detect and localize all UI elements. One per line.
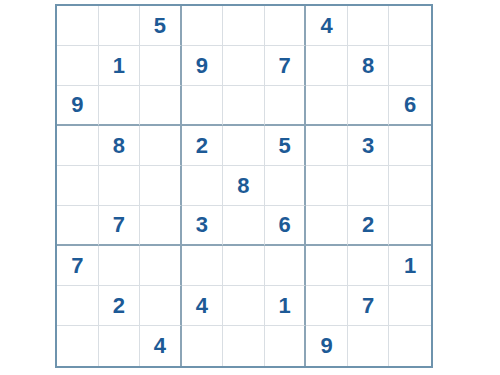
cell-r3c6[interactable]: [265, 86, 307, 126]
cell-r5c1[interactable]: [57, 166, 99, 206]
cell-r4c6[interactable]: 5: [265, 126, 307, 166]
cell-r4c4[interactable]: 2: [182, 126, 224, 166]
cell-r4c3[interactable]: [140, 126, 182, 166]
cell-r8c5[interactable]: [223, 286, 265, 326]
cell-r1c4[interactable]: [182, 6, 224, 46]
given-digit: 8: [237, 175, 249, 197]
given-digit: 2: [196, 135, 208, 157]
cell-r6c6[interactable]: 6: [265, 206, 307, 246]
cell-r1c8[interactable]: [348, 6, 390, 46]
given-digit: 7: [362, 295, 374, 317]
cell-r9c9[interactable]: [389, 326, 431, 366]
cell-r8c6[interactable]: 1: [265, 286, 307, 326]
cell-r1c2[interactable]: [99, 6, 141, 46]
cell-r3c8[interactable]: [348, 86, 390, 126]
cell-r5c9[interactable]: [389, 166, 431, 206]
cell-r3c2[interactable]: [99, 86, 141, 126]
given-digit: 4: [320, 15, 332, 37]
cell-r5c8[interactable]: [348, 166, 390, 206]
cell-r7c6[interactable]: [265, 246, 307, 286]
cell-r5c5[interactable]: 8: [223, 166, 265, 206]
cell-r8c7[interactable]: [306, 286, 348, 326]
cell-r4c1[interactable]: [57, 126, 99, 166]
cell-r9c8[interactable]: [348, 326, 390, 366]
cell-r3c9[interactable]: 6: [389, 86, 431, 126]
given-digit: 8: [113, 135, 125, 157]
cell-r6c4[interactable]: 3: [182, 206, 224, 246]
cell-r5c7[interactable]: [306, 166, 348, 206]
given-digit: 8: [362, 55, 374, 77]
cell-r7c7[interactable]: [306, 246, 348, 286]
cell-r7c5[interactable]: [223, 246, 265, 286]
cell-r7c8[interactable]: [348, 246, 390, 286]
cell-r5c3[interactable]: [140, 166, 182, 206]
sudoku-board: 5419789682538736271241749: [55, 4, 433, 368]
cell-r4c5[interactable]: [223, 126, 265, 166]
cell-r8c3[interactable]: [140, 286, 182, 326]
cell-r4c7[interactable]: [306, 126, 348, 166]
cell-r1c1[interactable]: [57, 6, 99, 46]
cell-r8c1[interactable]: [57, 286, 99, 326]
cell-r2c8[interactable]: 8: [348, 46, 390, 86]
cell-r6c8[interactable]: 2: [348, 206, 390, 246]
given-digit: 5: [278, 135, 290, 157]
given-digit: 3: [196, 214, 208, 236]
cell-r3c3[interactable]: [140, 86, 182, 126]
given-digit: 2: [362, 214, 374, 236]
cell-r9c3[interactable]: 4: [140, 326, 182, 366]
cell-r9c6[interactable]: [265, 326, 307, 366]
cell-r6c2[interactable]: 7: [99, 206, 141, 246]
cell-r8c9[interactable]: [389, 286, 431, 326]
given-digit: 4: [154, 335, 166, 357]
cell-r9c4[interactable]: [182, 326, 224, 366]
cell-r3c4[interactable]: [182, 86, 224, 126]
given-digit: 1: [113, 55, 125, 77]
cell-r2c4[interactable]: 9: [182, 46, 224, 86]
cell-r9c5[interactable]: [223, 326, 265, 366]
given-digit: 2: [113, 295, 125, 317]
cell-r6c5[interactable]: [223, 206, 265, 246]
cell-r2c5[interactable]: [223, 46, 265, 86]
given-digit: 7: [113, 214, 125, 236]
given-digit: 7: [278, 55, 290, 77]
given-digit: 3: [362, 135, 374, 157]
cell-r7c9[interactable]: 1: [389, 246, 431, 286]
given-digit: 4: [196, 295, 208, 317]
cell-r8c8[interactable]: 7: [348, 286, 390, 326]
cell-r9c7[interactable]: 9: [306, 326, 348, 366]
cell-r4c2[interactable]: 8: [99, 126, 141, 166]
cell-r9c1[interactable]: [57, 326, 99, 366]
cell-r4c9[interactable]: [389, 126, 431, 166]
cell-r2c3[interactable]: [140, 46, 182, 86]
cell-r8c2[interactable]: 2: [99, 286, 141, 326]
cell-r7c2[interactable]: [99, 246, 141, 286]
cell-r6c9[interactable]: [389, 206, 431, 246]
given-digit: 9: [320, 335, 332, 357]
cell-r2c6[interactable]: 7: [265, 46, 307, 86]
cell-r3c7[interactable]: [306, 86, 348, 126]
given-digit: 9: [196, 55, 208, 77]
cell-r1c3[interactable]: 5: [140, 6, 182, 46]
cell-r4c8[interactable]: 3: [348, 126, 390, 166]
cell-r1c5[interactable]: [223, 6, 265, 46]
given-digit: 1: [278, 295, 290, 317]
cell-r2c7[interactable]: [306, 46, 348, 86]
cell-r6c1[interactable]: [57, 206, 99, 246]
cell-r9c2[interactable]: [99, 326, 141, 366]
given-digit: 7: [71, 255, 83, 277]
given-digit: 1: [404, 255, 416, 277]
cell-r5c4[interactable]: [182, 166, 224, 206]
cell-r3c5[interactable]: [223, 86, 265, 126]
cell-r5c2[interactable]: [99, 166, 141, 206]
given-digit: 5: [154, 15, 166, 37]
cell-r1c9[interactable]: [389, 6, 431, 46]
cell-r7c4[interactable]: [182, 246, 224, 286]
cell-r6c3[interactable]: [140, 206, 182, 246]
cell-r2c9[interactable]: [389, 46, 431, 86]
given-digit: 9: [71, 94, 83, 116]
cell-r1c6[interactable]: [265, 6, 307, 46]
cell-r1c7[interactable]: 4: [306, 6, 348, 46]
cell-r8c4[interactable]: 4: [182, 286, 224, 326]
cell-r2c2[interactable]: 1: [99, 46, 141, 86]
cell-r3c1[interactable]: 9: [57, 86, 99, 126]
cell-r7c3[interactable]: [140, 246, 182, 286]
cell-r5c6[interactable]: [265, 166, 307, 206]
cell-r6c7[interactable]: [306, 206, 348, 246]
cell-r2c1[interactable]: [57, 46, 99, 86]
given-digit: 6: [278, 214, 290, 236]
cell-r7c1[interactable]: 7: [57, 246, 99, 286]
given-digit: 6: [404, 94, 416, 116]
